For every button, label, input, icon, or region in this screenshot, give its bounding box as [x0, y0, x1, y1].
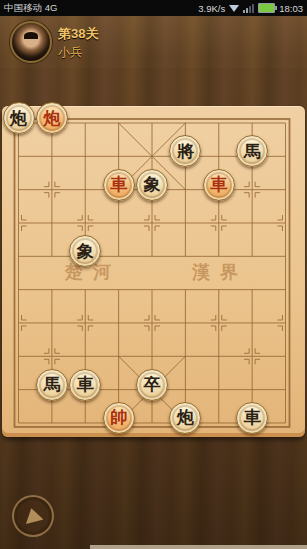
carrier-label: 中国移动 4G [4, 2, 57, 15]
net-speed-label: 3.9K/s [198, 3, 225, 14]
status-bar: 中国移动 4G 3.9K/s 18:03 [0, 0, 307, 16]
battery-icon [258, 3, 275, 13]
piece-red-1-0[interactable]: 炮 [36, 102, 68, 134]
signal-icon [243, 4, 254, 13]
app-screen: 中国移动 4G 3.9K/s 18:03 第38关 小兵 楚河 漢界 炮炮將馬車… [0, 0, 307, 549]
level-label: 第38关 [58, 25, 98, 43]
wifi-icon [229, 5, 239, 12]
piece-black-4-8[interactable]: 卒 [136, 369, 168, 401]
piece-black-4-2[interactable]: 象 [136, 169, 168, 201]
xiangqi-board[interactable]: 楚河 漢界 炮炮將馬車象車象馬車卒帥炮車 [2, 106, 305, 437]
clock-label: 18:03 [279, 3, 303, 14]
rank-label: 小兵 [58, 44, 82, 61]
piece-red-3-9[interactable]: 帥 [103, 402, 135, 434]
piece-red-6-2[interactable]: 車 [203, 169, 235, 201]
piece-red-3-2[interactable]: 車 [103, 169, 135, 201]
river-label-right: 漢界 [175, 260, 255, 284]
piece-black-0-0[interactable]: 炮 [3, 102, 35, 134]
piece-black-7-9[interactable]: 車 [236, 402, 268, 434]
bottom-edge-strip [90, 545, 307, 549]
header: 第38关 小兵 [0, 16, 307, 68]
piece-black-1-8[interactable]: 馬 [36, 369, 68, 401]
arrow-up-icon [23, 506, 44, 524]
menu-button[interactable] [12, 495, 54, 537]
piece-black-2-8[interactable]: 車 [69, 369, 101, 401]
avatar [10, 21, 52, 63]
